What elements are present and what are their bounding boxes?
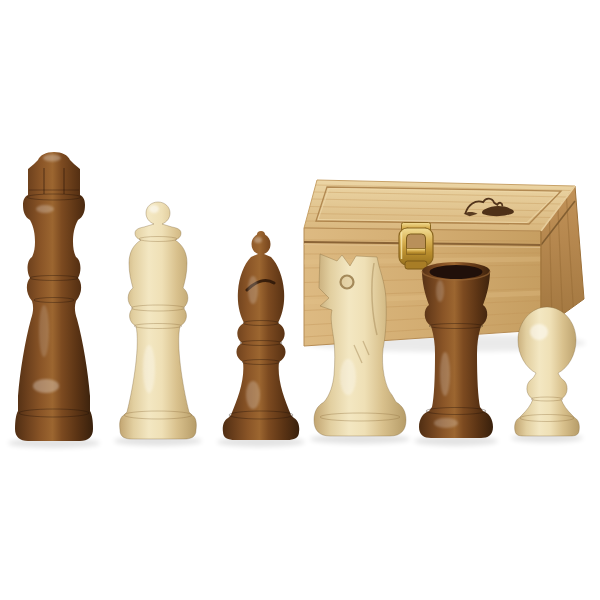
- product-photo: [0, 0, 600, 600]
- knight-gloss: [340, 359, 356, 395]
- pawn-gloss: [530, 324, 548, 340]
- chess-set-photo-svg: [0, 0, 600, 600]
- knight-eye: [341, 276, 354, 289]
- rook-cup-hollow: [430, 265, 483, 279]
- brass-clasp: [399, 223, 433, 270]
